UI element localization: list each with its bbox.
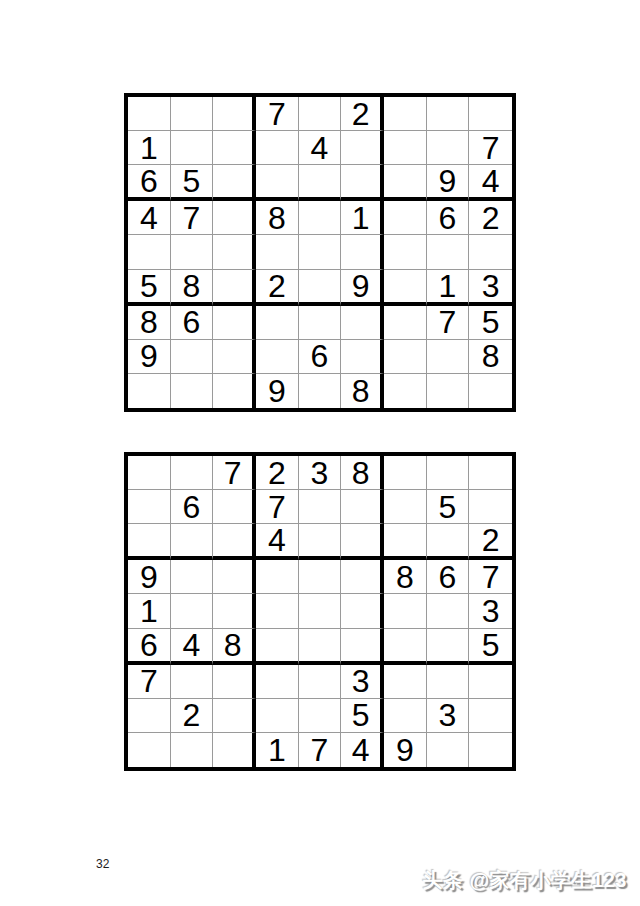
sudoku-bottom-cell-r9c9 [469,733,512,767]
sudoku-top-cell-r4c9: 2 [469,201,512,235]
sudoku-top-cell-r7c1: 8 [128,306,171,340]
sudoku-bottom-cell-r2c2: 6 [171,490,214,524]
sudoku-bottom-cell-r6c7 [384,629,427,665]
sudoku-bottom-cell-r5c4 [256,594,299,628]
sudoku-top-cell-r7c4 [256,306,299,340]
sudoku-top-cell-r6c1: 5 [128,270,171,306]
sudoku-bottom-cell-r8c8: 3 [427,699,470,733]
sudoku-bottom-cell-r9c7: 9 [384,733,427,767]
sudoku-top-cell-r6c5 [299,270,342,306]
sudoku-bottom-cell-r4c3 [213,560,256,594]
sudoku-bottom-cell-r3c4: 4 [256,524,299,560]
sudoku-top-cell-r1c3 [213,97,256,131]
sudoku-bottom-cell-r9c8 [427,733,470,767]
sudoku-top-cell-r9c7 [384,374,427,408]
sudoku-top-cell-r8c1: 9 [128,340,171,374]
sudoku-top-cell-r9c5 [299,374,342,408]
sudoku-top-cell-r1c9 [469,97,512,131]
sudoku-top-cell-r5c3 [213,235,256,269]
sudoku-top-cell-r1c6: 2 [341,97,384,131]
sudoku-bottom-cell-r8c5 [299,699,342,733]
sudoku-top-cell-r5c8 [427,235,470,269]
sudoku-top-cell-r2c5: 4 [299,131,342,165]
sudoku-bottom-cell-r9c4: 1 [256,733,299,767]
sudoku-bottom-cell-r4c2 [171,560,214,594]
sudoku-grid-top: 721476594478162582913867596898 [124,93,516,412]
sudoku-bottom-cell-r9c3 [213,733,256,767]
sudoku-bottom-cell-r6c1: 6 [128,629,171,665]
sudoku-top-cell-r9c2 [171,374,214,408]
sudoku-bottom-cell-r1c2 [171,456,214,490]
sudoku-top-cell-r6c6: 9 [341,270,384,306]
sudoku-top-cell-r4c7 [384,201,427,235]
sudoku-bottom-cell-r3c8 [427,524,470,560]
sudoku-top-cell-r2c8 [427,131,470,165]
sudoku-top-cell-r1c7 [384,97,427,131]
worksheet-page: 721476594478162582913867596898 723867542… [0,0,640,906]
sudoku-bottom-cell-r9c5: 7 [299,733,342,767]
sudoku-bottom-cell-r5c7 [384,594,427,628]
sudoku-grid-bottom: 7238675429867136485732531749 [124,452,516,771]
sudoku-bottom-cell-r6c2: 4 [171,629,214,665]
sudoku-top-cell-r7c7 [384,306,427,340]
sudoku-bottom-cell-r4c1: 9 [128,560,171,594]
sudoku-top-cell-r2c4 [256,131,299,165]
sudoku-bottom-cell-r5c6 [341,594,384,628]
sudoku-bottom-cell-r3c6 [341,524,384,560]
sudoku-top-cell-r3c3 [213,165,256,201]
sudoku-bottom-cell-r3c3 [213,524,256,560]
sudoku-top-cell-r8c8 [427,340,470,374]
sudoku-bottom-cell-r8c2: 2 [171,699,214,733]
sudoku-bottom-cell-r1c3: 7 [213,456,256,490]
sudoku-bottom-cell-r3c5 [299,524,342,560]
sudoku-bottom-cell-r5c1: 1 [128,594,171,628]
sudoku-bottom-cell-r3c1 [128,524,171,560]
sudoku-bottom-cell-r6c5 [299,629,342,665]
sudoku-bottom-cell-r1c1 [128,456,171,490]
sudoku-top-cell-r9c9 [469,374,512,408]
sudoku-top-cell-r7c5 [299,306,342,340]
sudoku-bottom-cell-r4c5 [299,560,342,594]
sudoku-top-cell-r8c4 [256,340,299,374]
sudoku-top-cell-r1c1 [128,97,171,131]
sudoku-top-cell-r5c4 [256,235,299,269]
sudoku-bottom-cell-r4c9: 7 [469,560,512,594]
sudoku-top-cell-r3c5 [299,165,342,201]
sudoku-bottom-cell-r2c6 [341,490,384,524]
sudoku-bottom-cell-r1c4: 2 [256,456,299,490]
sudoku-bottom-cell-r8c9 [469,699,512,733]
sudoku-top-cell-r1c5 [299,97,342,131]
sudoku-top-cell-r9c3 [213,374,256,408]
sudoku-bottom-cell-r3c2 [171,524,214,560]
sudoku-top-cell-r5c7 [384,235,427,269]
sudoku-top-cell-r6c3 [213,270,256,306]
sudoku-bottom-cell-r3c9: 2 [469,524,512,560]
sudoku-top-cell-r9c6: 8 [341,374,384,408]
sudoku-bottom-cell-r1c9 [469,456,512,490]
sudoku-bottom-cell-r4c8: 6 [427,560,470,594]
sudoku-top-cell-r8c7 [384,340,427,374]
sudoku-bottom-cell-r8c4 [256,699,299,733]
sudoku-bottom-cell-r2c3 [213,490,256,524]
sudoku-bottom-cell-r5c9: 3 [469,594,512,628]
sudoku-top-cell-r4c8: 6 [427,201,470,235]
sudoku-bottom-cell-r3c7 [384,524,427,560]
sudoku-bottom-cell-r6c8 [427,629,470,665]
sudoku-top-cell-r8c2 [171,340,214,374]
sudoku-top-cell-r3c7 [384,165,427,201]
sudoku-top-cell-r7c6 [341,306,384,340]
sudoku-bottom-cell-r1c6: 8 [341,456,384,490]
sudoku-top-cell-r2c1: 1 [128,131,171,165]
sudoku-bottom-cell-r7c5 [299,665,342,699]
sudoku-bottom-cell-r6c3: 8 [213,629,256,665]
sudoku-top-cell-r8c5: 6 [299,340,342,374]
sudoku-bottom-cell-r5c2 [171,594,214,628]
sudoku-top-cell-r8c6 [341,340,384,374]
sudoku-bottom-cell-r2c8: 5 [427,490,470,524]
sudoku-top-cell-r4c5 [299,201,342,235]
sudoku-top-cell-r2c3 [213,131,256,165]
sudoku-bottom-cell-r6c4 [256,629,299,665]
sudoku-bottom-cell-r5c5 [299,594,342,628]
sudoku-top-cell-r3c1: 6 [128,165,171,201]
sudoku-bottom-cell-r7c6: 3 [341,665,384,699]
sudoku-bottom-cell-r2c9 [469,490,512,524]
sudoku-top-cell-r6c2: 8 [171,270,214,306]
sudoku-top-cell-r5c1 [128,235,171,269]
sudoku-bottom-cell-r9c2 [171,733,214,767]
sudoku-top-cell-r6c9: 3 [469,270,512,306]
sudoku-bottom-cell-r2c5 [299,490,342,524]
sudoku-bottom-cell-r1c8 [427,456,470,490]
sudoku-bottom-cell-r8c6: 5 [341,699,384,733]
sudoku-bottom-cell-r7c4 [256,665,299,699]
sudoku-bottom-cell-r5c3 [213,594,256,628]
sudoku-top-cell-r7c2: 6 [171,306,214,340]
sudoku-top-cell-r2c9: 7 [469,131,512,165]
sudoku-bottom-cell-r4c4 [256,560,299,594]
sudoku-bottom-cell-r8c7 [384,699,427,733]
sudoku-bottom-cell-r6c6 [341,629,384,665]
sudoku-top-cell-r9c8 [427,374,470,408]
sudoku-top-cell-r4c1: 4 [128,201,171,235]
sudoku-top-cell-r1c2 [171,97,214,131]
sudoku-bottom-cell-r7c9 [469,665,512,699]
sudoku-top-cell-r6c8: 1 [427,270,470,306]
sudoku-bottom-cell-r2c7 [384,490,427,524]
sudoku-top-cell-r6c7 [384,270,427,306]
sudoku-bottom-cell-r2c4: 7 [256,490,299,524]
sudoku-bottom-cell-r8c1 [128,699,171,733]
sudoku-top-cell-r5c2 [171,235,214,269]
sudoku-top-cell-r9c1 [128,374,171,408]
sudoku-top-cell-r8c3 [213,340,256,374]
sudoku-top-cell-r8c9: 8 [469,340,512,374]
toutiao-watermark: 头条 @家有小学生123 [423,867,627,894]
sudoku-bottom-cell-r4c7: 8 [384,560,427,594]
sudoku-top-cell-r4c6: 1 [341,201,384,235]
sudoku-top-cell-r3c4 [256,165,299,201]
sudoku-bottom-cell-r7c3 [213,665,256,699]
sudoku-top-cell-r5c9 [469,235,512,269]
sudoku-bottom-cell-r1c7 [384,456,427,490]
sudoku-top-cell-r5c5 [299,235,342,269]
sudoku-bottom-cell-r7c7 [384,665,427,699]
sudoku-bottom-cell-r5c8 [427,594,470,628]
sudoku-top-cell-r5c6 [341,235,384,269]
sudoku-top-cell-r3c2: 5 [171,165,214,201]
sudoku-bottom-cell-r2c1 [128,490,171,524]
sudoku-bottom-cell-r7c8 [427,665,470,699]
sudoku-bottom-cell-r9c1 [128,733,171,767]
sudoku-top-cell-r6c4: 2 [256,270,299,306]
sudoku-top-cell-r4c3 [213,201,256,235]
sudoku-top-cell-r3c8: 9 [427,165,470,201]
sudoku-top-cell-r4c4: 8 [256,201,299,235]
sudoku-bottom-cell-r7c1: 7 [128,665,171,699]
sudoku-bottom-cell-r1c5: 3 [299,456,342,490]
sudoku-top-cell-r9c4: 9 [256,374,299,408]
sudoku-top-cell-r7c9: 5 [469,306,512,340]
sudoku-top-cell-r3c6 [341,165,384,201]
sudoku-bottom-cell-r7c2 [171,665,214,699]
sudoku-top-cell-r2c6 [341,131,384,165]
sudoku-top-cell-r1c8 [427,97,470,131]
sudoku-top-cell-r4c2: 7 [171,201,214,235]
sudoku-top-cell-r1c4: 7 [256,97,299,131]
sudoku-bottom-cell-r9c6: 4 [341,733,384,767]
sudoku-top-cell-r7c3 [213,306,256,340]
sudoku-bottom-cell-r6c9: 5 [469,629,512,665]
sudoku-top-cell-r2c7 [384,131,427,165]
sudoku-top-cell-r2c2 [171,131,214,165]
sudoku-bottom-cell-r4c6 [341,560,384,594]
sudoku-top-cell-r3c9: 4 [469,165,512,201]
page-number: 32 [96,857,109,871]
sudoku-top-cell-r7c8: 7 [427,306,470,340]
sudoku-bottom-cell-r8c3 [213,699,256,733]
